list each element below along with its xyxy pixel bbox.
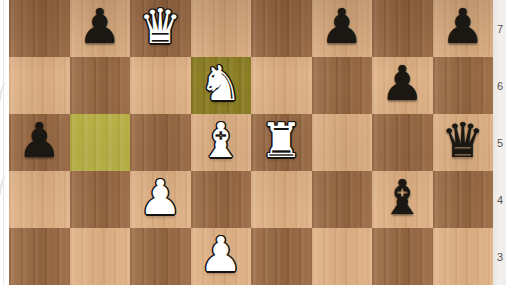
rank-label-3: 3 (493, 228, 503, 285)
square-e3[interactable] (251, 228, 312, 285)
white-bishop-d5[interactable]: ♝ (191, 114, 252, 169)
black-pawn-f7[interactable]: ♟ (312, 0, 373, 55)
square-g7[interactable] (372, 0, 433, 57)
chess-board[interactable]: ♟♛♟♟♞♟♟♝♜♛♟♝♟ (9, 0, 493, 285)
square-c3[interactable] (130, 228, 191, 285)
square-d3[interactable]: ♟ (191, 228, 252, 285)
square-h6[interactable] (433, 57, 494, 114)
square-h5[interactable]: ♛ (433, 114, 494, 171)
square-a7[interactable] (9, 0, 70, 57)
chess-app-screenshot: ♟♛♟♟♞♟♟♝♜♛♟♝♟ 76543 (0, 0, 506, 285)
square-a4[interactable] (9, 171, 70, 228)
square-b7[interactable]: ♟ (70, 0, 131, 57)
black-pawn-g6[interactable]: ♟ (372, 57, 433, 112)
square-g4[interactable]: ♝ (372, 171, 433, 228)
square-c7[interactable]: ♛ (130, 0, 191, 57)
square-h7[interactable]: ♟ (433, 0, 494, 57)
rank-label-7: 7 (493, 0, 503, 57)
square-e7[interactable] (251, 0, 312, 57)
square-b4[interactable] (70, 171, 131, 228)
square-f6[interactable] (312, 57, 373, 114)
square-e6[interactable] (251, 57, 312, 114)
square-a5[interactable]: ♟ (9, 114, 70, 171)
square-h3[interactable] (433, 228, 494, 285)
square-c6[interactable] (130, 57, 191, 114)
square-a6[interactable] (9, 57, 70, 114)
square-h4[interactable] (433, 171, 494, 228)
black-bishop-g4[interactable]: ♝ (372, 171, 433, 226)
square-f4[interactable] (312, 171, 373, 228)
square-d7[interactable] (191, 0, 252, 57)
square-f5[interactable] (312, 114, 373, 171)
square-f7[interactable]: ♟ (312, 0, 373, 57)
page-edge-line (3, 0, 4, 285)
square-d6[interactable]: ♞ (191, 57, 252, 114)
rank-label-5: 5 (493, 114, 503, 171)
square-f3[interactable] (312, 228, 373, 285)
square-b5[interactable] (70, 114, 131, 171)
square-d4[interactable] (191, 171, 252, 228)
black-pawn-b7[interactable]: ♟ (70, 0, 131, 55)
white-queen-c7[interactable]: ♛ (130, 0, 191, 55)
page-left-margin (0, 0, 9, 285)
square-b6[interactable] (70, 57, 131, 114)
square-b3[interactable] (70, 228, 131, 285)
square-g6[interactable]: ♟ (372, 57, 433, 114)
square-c4[interactable]: ♟ (130, 171, 191, 228)
rank-coordinate-strip: 76543 (493, 0, 506, 285)
square-e4[interactable] (251, 171, 312, 228)
black-pawn-a5[interactable]: ♟ (9, 114, 70, 169)
square-a3[interactable] (9, 228, 70, 285)
white-knight-d6[interactable]: ♞ (191, 57, 252, 112)
square-c5[interactable] (130, 114, 191, 171)
rank-label-6: 6 (493, 57, 503, 114)
square-d5[interactable]: ♝ (191, 114, 252, 171)
white-pawn-c4[interactable]: ♟ (130, 171, 191, 226)
white-pawn-d3[interactable]: ♟ (191, 228, 252, 283)
black-queen-h5[interactable]: ♛ (433, 114, 494, 169)
square-g5[interactable] (372, 114, 433, 171)
black-pawn-h7[interactable]: ♟ (433, 0, 494, 55)
square-e5[interactable]: ♜ (251, 114, 312, 171)
white-rook-e5[interactable]: ♜ (251, 114, 312, 169)
square-g3[interactable] (372, 228, 433, 285)
rank-label-4: 4 (493, 171, 503, 228)
